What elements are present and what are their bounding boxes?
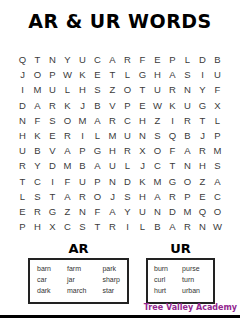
grid-cell[interactable]: B [180,128,195,143]
ur-word-list-group: UR burncurlhurtpurseturnurban [146,241,215,304]
word-column: farmjarmarch [67,263,86,302]
grid-cell[interactable]: R [30,204,45,219]
grid-cell[interactable]: M [60,158,75,173]
grid-cell[interactable]: D [195,52,210,67]
word-item: barn [37,263,51,274]
grid-cell[interactable]: U [15,143,30,158]
grid-cell[interactable]: J [195,128,210,143]
grid-cell[interactable]: U [150,82,165,97]
grid-cell[interactable]: L [120,67,135,82]
grid-cell[interactable]: E [15,204,30,219]
grid-cell[interactable]: S [180,67,195,82]
word-column: purseturnurban [182,263,200,302]
grid-cell[interactable]: O [90,189,105,204]
grid-cell[interactable]: S [30,189,45,204]
grid-cell[interactable]: G [45,204,60,219]
grid-cell[interactable]: A [30,98,45,113]
ar-list-header: AR [28,241,129,257]
grid-cell[interactable]: K [60,98,75,113]
grid-cell[interactable]: K [165,98,180,113]
grid-cell[interactable]: K [30,128,45,143]
grid-cell[interactable]: T [90,219,105,234]
grid-cell[interactable]: J [75,98,90,113]
grid-cell[interactable]: U [75,52,90,67]
grid-cell[interactable]: C [150,158,165,173]
grid-cell[interactable]: E [135,98,150,113]
grid-cell[interactable]: P [75,143,90,158]
word-item: purse [182,263,200,274]
grid-cell[interactable]: A [90,113,105,128]
grid-cell[interactable]: Y [60,52,75,67]
grid-cell[interactable]: L [210,113,225,128]
grid-cell[interactable]: M [210,143,225,158]
grid-cell[interactable]: R [120,52,135,67]
grid-cell[interactable]: T [195,113,210,128]
grid-cell[interactable]: Q [165,128,180,143]
grid-cell[interactable]: P [120,98,135,113]
grid-cell[interactable]: M [30,82,45,97]
grid-cell[interactable]: H [75,82,90,97]
grid-cell[interactable]: H [195,158,210,173]
grid-cell[interactable]: L [120,158,135,173]
word-item: car [37,274,51,285]
grid-cell[interactable]: N [105,174,120,189]
word-item: sharp [102,274,120,285]
word-column: parksharpstar [102,263,120,302]
grid-cell[interactable]: D [120,174,135,189]
grid-cell[interactable]: K [135,174,150,189]
grid-cell[interactable]: X [45,219,60,234]
grid-cell[interactable]: R [180,219,195,234]
grid-cell[interactable]: R [165,189,180,204]
word-item: farm [67,263,86,274]
word-item: star [102,285,120,296]
grid-cell[interactable]: F [90,204,105,219]
grid-cell[interactable]: M [180,204,195,219]
grid-cell[interactable]: G [90,143,105,158]
grid-cell[interactable]: A [105,52,120,67]
grid-cell[interactable]: W [60,67,75,82]
grid-cell[interactable]: S [90,82,105,97]
word-item: curl [154,274,168,285]
grid-cell[interactable]: O [210,204,225,219]
grid-cell[interactable]: R [75,189,90,204]
grid-cell[interactable]: R [165,82,180,97]
grid-cell[interactable]: B [150,219,165,234]
grid-cell[interactable]: S [150,128,165,143]
grid-cell[interactable]: V [105,98,120,113]
letter-grid: QTNYUCARFEPLDBJOPWKETLGHASIUIMULHSZOTURN… [0,52,240,234]
grid-cell[interactable]: P [210,128,225,143]
grid-cell[interactable]: I [45,174,60,189]
grid-cell[interactable]: T [45,189,60,204]
grid-cell[interactable]: J [15,67,30,82]
grid-cell[interactable]: A [60,143,75,158]
grid-cell[interactable]: N [195,219,210,234]
grid-cell[interactable]: C [90,52,105,67]
grid-cell[interactable]: F [165,143,180,158]
grid-cell[interactable]: U [105,158,120,173]
word-list: barncardarkfarmjarmarchparksharpstar [28,258,129,304]
grid-cell[interactable]: F [30,113,45,128]
grid-cell[interactable]: I [195,67,210,82]
grid-cell[interactable]: P [180,189,195,204]
word-item: urban [182,285,200,296]
grid-cell[interactable]: A [150,189,165,204]
grid-cell[interactable]: N [15,113,30,128]
grid-cell[interactable]: H [105,143,120,158]
grid-cell[interactable]: F [60,174,75,189]
word-item: park [102,263,120,274]
grid-cell[interactable]: P [45,67,60,82]
grid-cell[interactable]: A [180,143,195,158]
grid-cell[interactable]: P [90,174,105,189]
grid-cell[interactable]: C [60,219,75,234]
grid-cell[interactable]: G [195,98,210,113]
grid-cell[interactable]: T [105,67,120,82]
grid-cell[interactable]: B [210,52,225,67]
grid-cell[interactable]: S [210,158,225,173]
grid-cell[interactable]: X [210,98,225,113]
grid-cell[interactable]: R [105,113,120,128]
grid-cell[interactable]: Z [195,174,210,189]
grid-cell[interactable]: R [15,158,30,173]
grid-cell[interactable]: Q [15,52,30,67]
grid-cell[interactable]: H [135,189,150,204]
grid-cell[interactable]: I [165,113,180,128]
grid-cell[interactable]: U [180,98,195,113]
grid-cell[interactable]: S [75,219,90,234]
grid-cell[interactable]: N [135,128,150,143]
grid-cell[interactable]: H [150,67,165,82]
grid-cell[interactable]: E [45,128,60,143]
grid-cell[interactable]: Y [30,158,45,173]
worksheet: AR & UR WORDS QTNYUCARFEPLDBJOPWKETLGHAS… [0,0,240,320]
grid-cell[interactable]: V [45,143,60,158]
word-column: barncardark [37,263,51,302]
grid-cell[interactable]: M [150,174,165,189]
grid-cell[interactable]: N [75,204,90,219]
grid-cell[interactable]: F [135,52,150,67]
grid-cell[interactable]: C [210,189,225,204]
grid-cell[interactable]: I [15,82,30,97]
grid-cell[interactable]: I [120,219,135,234]
grid-cell[interactable]: U [120,128,135,143]
grid-cell[interactable]: R [105,219,120,234]
grid-cell[interactable]: L [60,82,75,97]
grid-cell[interactable]: D [165,204,180,219]
grid-cell[interactable]: S [120,189,135,204]
grid-cell[interactable]: P [15,219,30,234]
grid-cell[interactable]: W [150,98,165,113]
grid-cell[interactable]: Z [60,204,75,219]
grid-cell[interactable]: E [150,52,165,67]
grid-cell[interactable]: N [180,158,195,173]
grid-cell[interactable]: U [45,82,60,97]
grid-cell[interactable]: B [75,158,90,173]
grid-cell[interactable]: O [150,143,165,158]
grid-cell[interactable]: O [60,113,75,128]
grid-cell[interactable]: A [90,158,105,173]
grid-cell[interactable]: A [165,67,180,82]
word-item: march [67,285,86,296]
grid-cell[interactable]: N [180,82,195,97]
grid-cell[interactable]: A [165,219,180,234]
grid-cell[interactable]: A [60,189,75,204]
grid-cell[interactable]: O [180,174,195,189]
grid-cell[interactable]: A [210,174,225,189]
grid-cell[interactable]: B [90,98,105,113]
footer-brand: Tree Valley Academy [144,303,237,312]
grid-cell[interactable]: Z [150,113,165,128]
grid-cell[interactable]: R [180,113,195,128]
word-item: burn [154,263,168,274]
grid-cell[interactable]: D [15,98,30,113]
bottom-border [0,315,240,318]
grid-cell[interactable]: R [120,143,135,158]
grid-cell[interactable]: P [165,52,180,67]
grid-cell[interactable]: L [90,128,105,143]
grid-cell[interactable]: L [15,189,30,204]
grid-cell[interactable]: X [135,143,150,158]
word-item: hurt [154,285,168,296]
grid-cell[interactable]: G [135,67,150,82]
ur-list-header: UR [146,241,215,257]
word-item: turn [182,274,200,285]
grid-cell[interactable]: T [135,82,150,97]
grid-cell[interactable]: K [75,67,90,82]
grid-cell[interactable]: J [135,158,150,173]
ar-word-list-group: AR barncardarkfarmjarmarchparksharpstar [28,241,129,304]
grid-cell[interactable]: O [30,67,45,82]
grid-cell[interactable]: W [210,219,225,234]
grid-cell[interactable]: N [150,204,165,219]
grid-cell[interactable]: U [210,67,225,82]
grid-cell[interactable]: C [120,113,135,128]
grid-cell[interactable]: Y [120,204,135,219]
grid-cell[interactable]: M [75,113,90,128]
grid-cell[interactable]: T [165,158,180,173]
grid-cell[interactable]: Z [105,82,120,97]
word-item: dark [37,285,51,296]
grid-cell[interactable]: B [30,143,45,158]
grid-cell[interactable]: S [45,113,60,128]
word-list: burncurlhurtpurseturnurban [146,258,215,304]
grid-cell[interactable]: T [15,174,30,189]
grid-cell[interactable]: C [30,174,45,189]
grid-cell[interactable]: N [45,52,60,67]
grid-cell[interactable]: R [60,128,75,143]
word-item: jar [67,274,86,285]
grid-cell[interactable]: H [135,113,150,128]
grid-cell[interactable]: L [180,52,195,67]
puzzle-title: AR & UR WORDS [0,10,240,32]
grid-cell[interactable]: D [45,158,60,173]
grid-cell[interactable]: E [90,67,105,82]
grid-cell[interactable]: F [210,82,225,97]
grid-cell[interactable]: Q [195,204,210,219]
grid-cell[interactable]: Y [195,82,210,97]
grid-cell[interactable]: R [195,143,210,158]
grid-cell[interactable]: H [15,128,30,143]
grid-cell[interactable]: I [75,128,90,143]
grid-cell[interactable]: U [135,204,150,219]
grid-cell[interactable]: G [165,174,180,189]
grid-cell[interactable]: O [120,82,135,97]
grid-cell[interactable]: T [30,52,45,67]
grid-cell[interactable]: R [45,98,60,113]
word-column: burncurlhurt [154,263,168,302]
grid-cell[interactable]: E [195,189,210,204]
grid-cell[interactable]: A [105,204,120,219]
grid-cell[interactable]: L [135,219,150,234]
grid-cell[interactable]: U [75,174,90,189]
grid-cell[interactable]: M [105,128,120,143]
grid-cell[interactable]: H [30,219,45,234]
grid-cell[interactable]: J [105,189,120,204]
